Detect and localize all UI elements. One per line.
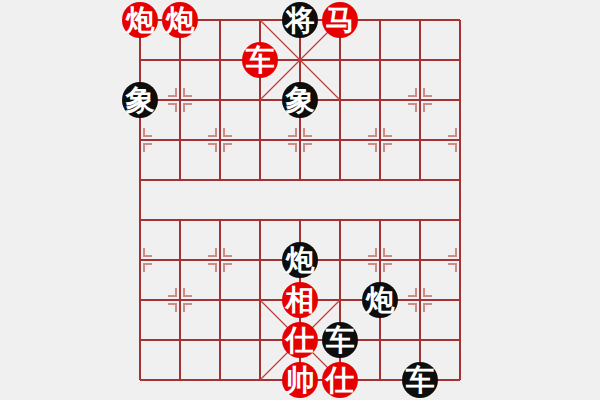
piece-red-elephant[interactable]: 相	[282, 282, 318, 318]
piece-black-cannon[interactable]: 炮	[282, 242, 318, 278]
piece-red-general[interactable]: 帅	[282, 362, 318, 398]
piece-black-elephant[interactable]: 象	[122, 82, 158, 118]
xiangqi-screenshot: 炮炮将马车象象炮相炮仕车帅仕车	[0, 0, 600, 400]
piece-black-chariot[interactable]: 车	[402, 362, 438, 398]
piece-red-cannon[interactable]: 炮	[122, 2, 158, 38]
pieces-layer: 炮炮将马车象象炮相炮仕车帅仕车	[120, 0, 480, 400]
piece-red-chariot[interactable]: 车	[242, 42, 278, 78]
piece-red-horse[interactable]: 马	[322, 2, 358, 38]
xiangqi-board: 炮炮将马车象象炮相炮仕车帅仕车	[120, 0, 480, 400]
piece-red-cannon[interactable]: 炮	[162, 2, 198, 38]
piece-red-advisor[interactable]: 仕	[322, 362, 358, 398]
piece-black-cannon[interactable]: 炮	[362, 282, 398, 318]
piece-red-advisor[interactable]: 仕	[282, 322, 318, 358]
piece-black-chariot[interactable]: 车	[322, 322, 358, 358]
piece-black-elephant[interactable]: 象	[282, 82, 318, 118]
piece-black-general[interactable]: 将	[282, 2, 318, 38]
